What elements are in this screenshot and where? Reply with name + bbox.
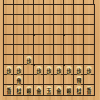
board-square[interactable]	[34, 65, 44, 75]
board-square[interactable]	[24, 25, 34, 35]
board-square[interactable]	[64, 55, 74, 65]
board-square[interactable]	[14, 25, 24, 35]
board-square[interactable]	[14, 85, 24, 95]
board-square[interactable]	[74, 15, 84, 25]
board-square[interactable]	[24, 85, 34, 95]
board-square[interactable]	[74, 45, 84, 55]
board-square[interactable]	[84, 45, 94, 55]
board-square[interactable]	[64, 75, 74, 85]
board-square[interactable]	[24, 65, 34, 75]
board-square[interactable]	[34, 45, 44, 55]
board-square[interactable]	[64, 25, 74, 35]
board-square[interactable]	[74, 85, 84, 95]
board-square[interactable]	[4, 15, 14, 25]
board-square[interactable]	[84, 85, 94, 95]
board-square[interactable]	[44, 85, 54, 95]
board-square[interactable]	[24, 75, 34, 85]
board-square[interactable]	[34, 25, 44, 35]
board-square[interactable]	[4, 25, 14, 35]
board-square[interactable]	[4, 85, 14, 95]
board-square[interactable]	[14, 45, 24, 55]
board-square[interactable]	[4, 35, 14, 45]
board-square[interactable]	[84, 75, 94, 85]
board-square[interactable]	[34, 75, 44, 85]
board-square[interactable]	[34, 85, 44, 95]
board-square[interactable]	[14, 35, 24, 45]
board-square[interactable]	[4, 55, 14, 65]
board-square[interactable]	[54, 35, 64, 45]
board-square[interactable]	[44, 65, 54, 75]
board-square[interactable]	[24, 5, 34, 15]
board-square[interactable]	[4, 45, 14, 55]
board-square[interactable]	[44, 35, 54, 45]
board-square[interactable]	[4, 75, 14, 85]
board-square[interactable]	[14, 75, 24, 85]
board-square[interactable]	[64, 35, 74, 45]
shogi-board[interactable]: 歩歩歩歩歩歩歩歩歩角飛香桂銀金玉金銀桂香	[3, 4, 95, 96]
board-square[interactable]	[44, 5, 54, 15]
board-square[interactable]	[74, 75, 84, 85]
board-square[interactable]	[44, 25, 54, 35]
board-square[interactable]	[84, 25, 94, 35]
board-square[interactable]	[44, 15, 54, 25]
board-square[interactable]	[24, 45, 34, 55]
board-square[interactable]	[54, 45, 64, 55]
board-square[interactable]	[74, 55, 84, 65]
board-square[interactable]	[64, 5, 74, 15]
board-square[interactable]	[44, 45, 54, 55]
board-square[interactable]	[64, 65, 74, 75]
board-square[interactable]	[44, 75, 54, 85]
board-square[interactable]	[84, 15, 94, 25]
board-square[interactable]	[54, 85, 64, 95]
board-square[interactable]	[64, 15, 74, 25]
board-square[interactable]	[24, 15, 34, 25]
board-square[interactable]	[34, 35, 44, 45]
board-square[interactable]	[54, 5, 64, 15]
board-square[interactable]	[34, 5, 44, 15]
board-square[interactable]	[34, 15, 44, 25]
board-square[interactable]	[14, 5, 24, 15]
board-square[interactable]	[84, 5, 94, 15]
board-square[interactable]	[84, 65, 94, 75]
board-square[interactable]	[54, 15, 64, 25]
board-square[interactable]	[74, 35, 84, 45]
board-square[interactable]	[54, 25, 64, 35]
board-square[interactable]	[24, 35, 34, 45]
board-square[interactable]	[14, 65, 24, 75]
board-square[interactable]	[54, 65, 64, 75]
board-square[interactable]	[14, 55, 24, 65]
board-square[interactable]	[54, 55, 64, 65]
board-square[interactable]	[74, 65, 84, 75]
board-square[interactable]	[64, 45, 74, 55]
board-square[interactable]	[24, 55, 34, 65]
board-square[interactable]	[14, 15, 24, 25]
board-square[interactable]	[4, 65, 14, 75]
board-square[interactable]	[34, 55, 44, 65]
board-square[interactable]	[64, 85, 74, 95]
board-square[interactable]	[44, 55, 54, 65]
board-square[interactable]	[54, 75, 64, 85]
board-square[interactable]	[84, 55, 94, 65]
board-square[interactable]	[74, 5, 84, 15]
board-square[interactable]	[4, 5, 14, 15]
shogi-board-squares	[4, 5, 94, 95]
board-square[interactable]	[74, 25, 84, 35]
board-square[interactable]	[84, 35, 94, 45]
